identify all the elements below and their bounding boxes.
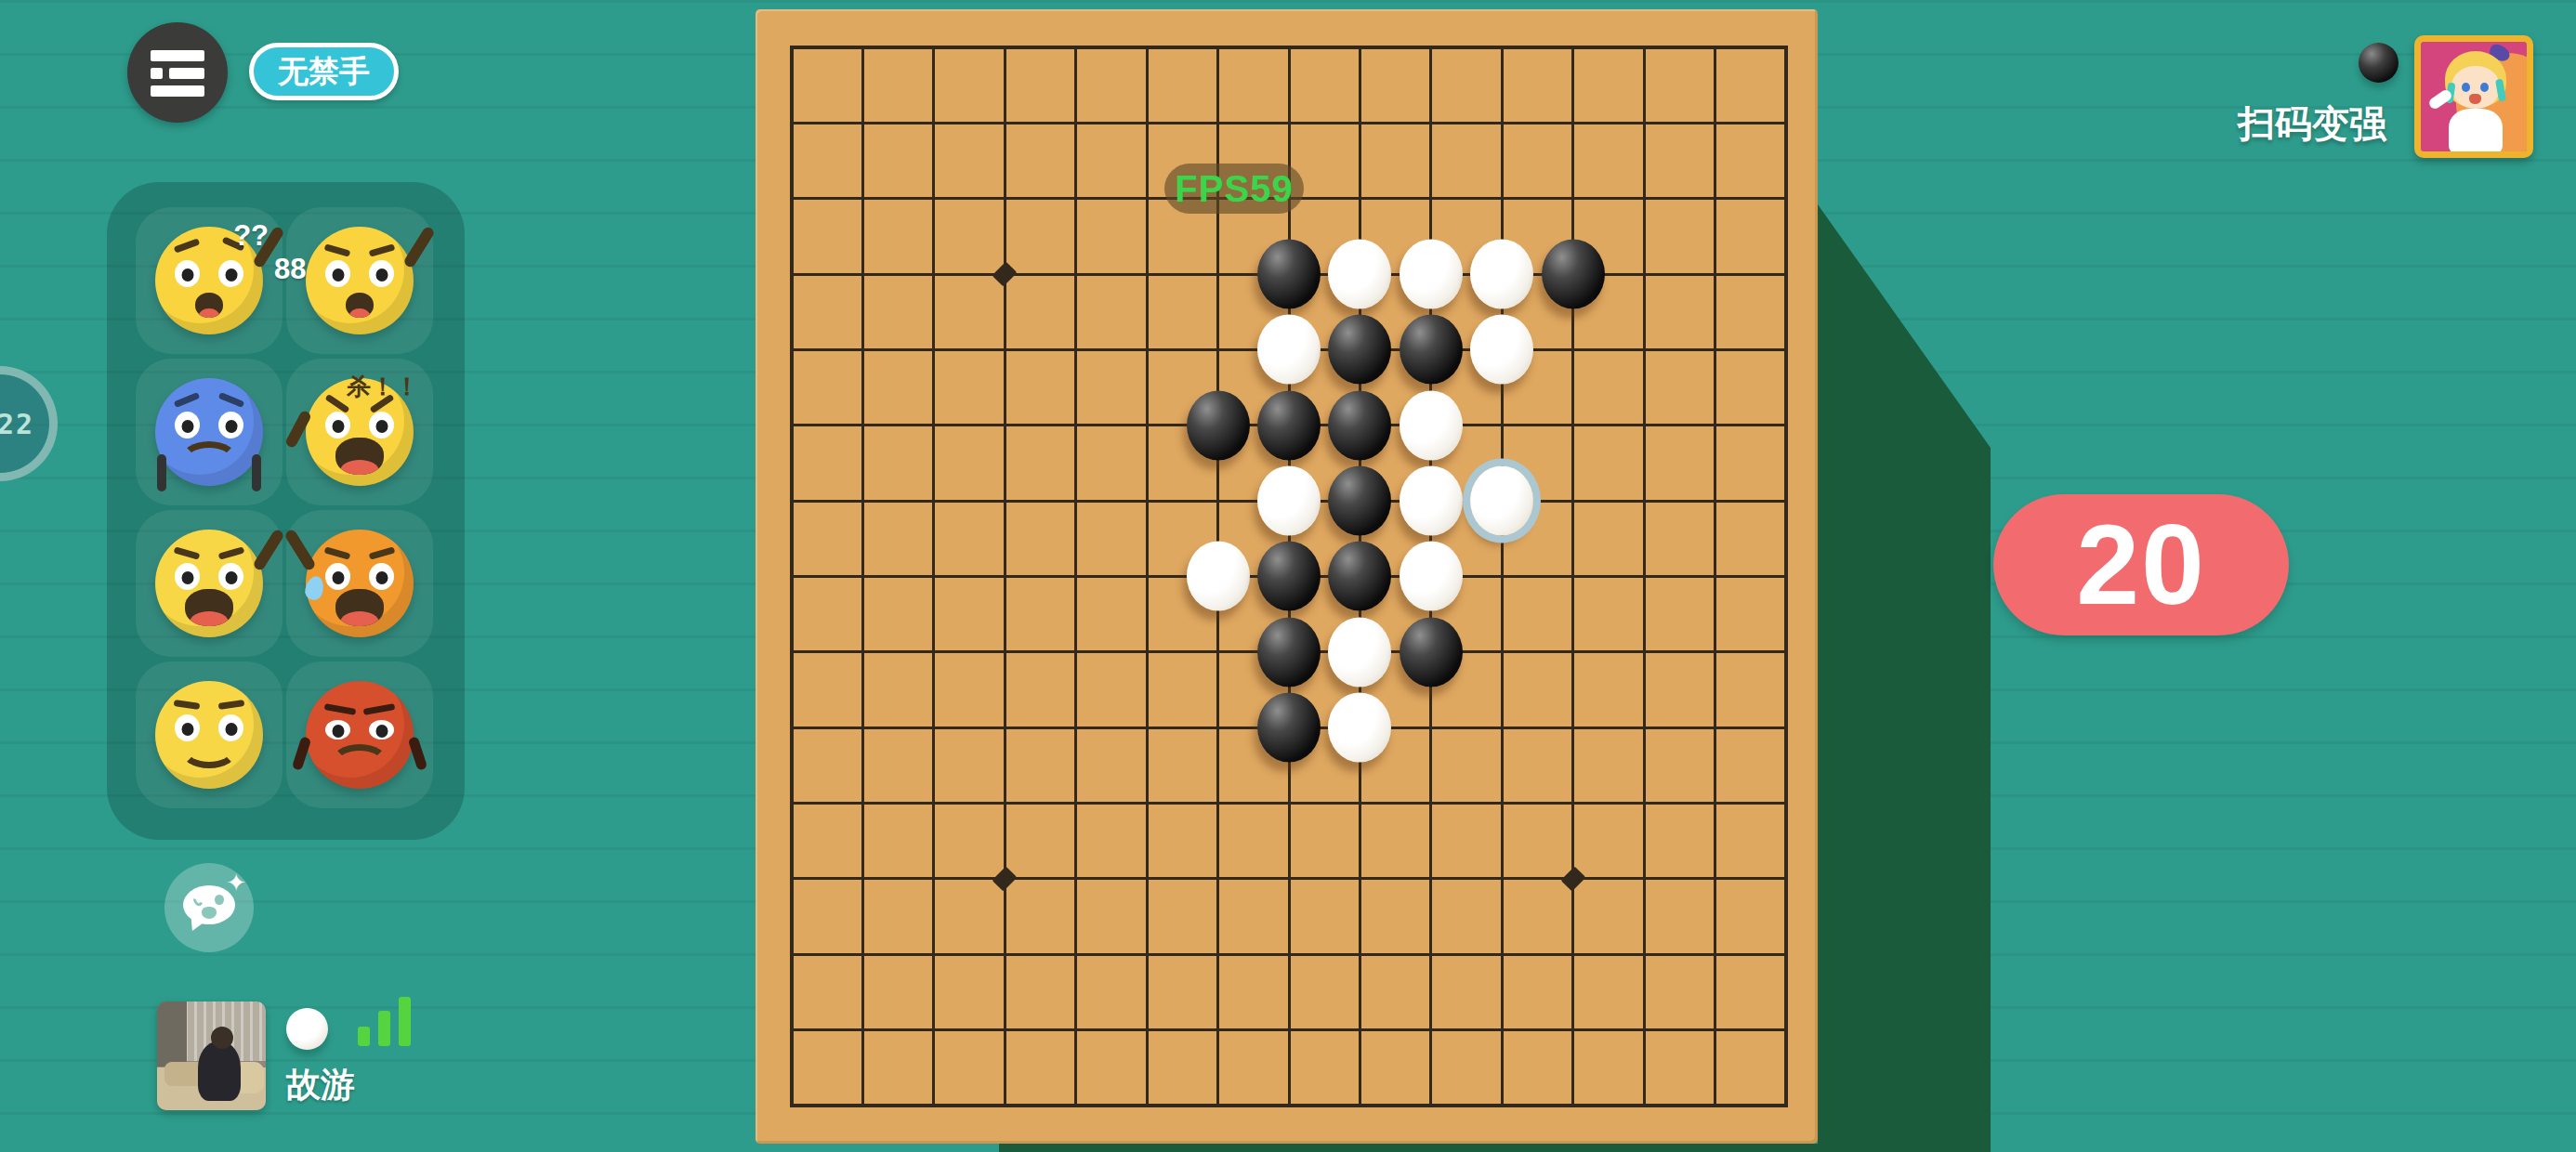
emote-annotation: 88 bbox=[274, 253, 306, 286]
stone-black bbox=[1328, 466, 1391, 536]
sweat-drop-icon bbox=[303, 574, 326, 602]
stone-white bbox=[1470, 315, 1533, 385]
emote-face: 杀！！ bbox=[306, 378, 414, 486]
stone-white bbox=[1400, 542, 1463, 611]
sparkle-icon: ✦ bbox=[226, 869, 246, 897]
menu-button[interactable] bbox=[127, 22, 228, 123]
star-point bbox=[992, 866, 1018, 891]
stone-white bbox=[1400, 466, 1463, 536]
emote-annotation: 杀！！ bbox=[347, 371, 419, 403]
star-point bbox=[992, 262, 1018, 287]
stone-white bbox=[1328, 693, 1391, 763]
stone-white bbox=[1470, 240, 1533, 309]
emote-smile[interactable] bbox=[136, 661, 283, 808]
move-timer: 20 bbox=[1993, 494, 2289, 635]
emote-face bbox=[155, 530, 263, 637]
emote-sweat[interactable] bbox=[286, 510, 433, 657]
stone-black bbox=[1257, 617, 1321, 687]
opponent-avatar[interactable] bbox=[2414, 35, 2533, 158]
menu-icon bbox=[151, 50, 204, 61]
stone-white bbox=[1470, 466, 1533, 536]
game-screen: FPS59 无禁手 22 ??88杀！！ ✦ 故游 20 扫码变强 bbox=[0, 0, 2576, 1152]
spectator-gauge: 22 bbox=[0, 366, 58, 481]
stone-white bbox=[1257, 315, 1321, 385]
stone-black bbox=[1400, 315, 1463, 385]
stone-black bbox=[1328, 315, 1391, 385]
stone-black bbox=[1400, 617, 1463, 687]
stone-black bbox=[1187, 390, 1250, 460]
emote-panel: ??88杀！！ bbox=[107, 182, 465, 840]
stone-black bbox=[1257, 240, 1321, 309]
opponent-stone-black-icon bbox=[2359, 43, 2399, 83]
emote-face bbox=[155, 378, 263, 486]
emote-bye-88[interactable]: 88 bbox=[286, 207, 433, 354]
emote-grumpy[interactable] bbox=[286, 661, 433, 808]
spectator-count: 22 bbox=[0, 408, 34, 440]
stone-black bbox=[1328, 542, 1391, 611]
player-stone-white-icon bbox=[286, 1008, 328, 1050]
stone-white bbox=[1257, 466, 1321, 536]
player-avatar[interactable] bbox=[157, 1001, 266, 1110]
stone-white bbox=[1328, 240, 1391, 309]
stone-black bbox=[1257, 693, 1321, 763]
emote-face bbox=[306, 530, 414, 637]
emote-kill[interactable]: 杀！！ bbox=[286, 359, 433, 505]
stone-black bbox=[1257, 542, 1321, 611]
emote-annotation: ?? bbox=[233, 219, 269, 253]
star-point bbox=[1560, 866, 1585, 891]
rule-badge-label: 无禁手 bbox=[278, 51, 370, 93]
connection-signal-icon bbox=[358, 997, 414, 1046]
stone-white bbox=[1328, 617, 1391, 687]
player-name: 故游 bbox=[286, 1062, 355, 1108]
stone-black bbox=[1542, 240, 1605, 309]
stone-white bbox=[1187, 542, 1250, 611]
timer-value: 20 bbox=[2076, 500, 2206, 630]
emote-face: ?? bbox=[155, 227, 263, 334]
scan-qr-label: 扫码变强 bbox=[2238, 98, 2386, 150]
emote-face bbox=[306, 681, 414, 789]
stone-black bbox=[1257, 390, 1321, 460]
emote-face bbox=[155, 681, 263, 789]
fps-value: FPS59 bbox=[1175, 168, 1293, 210]
emote-cheer[interactable] bbox=[136, 510, 283, 657]
emote-sad[interactable] bbox=[136, 359, 283, 505]
stone-white bbox=[1400, 390, 1463, 460]
emote-confused[interactable]: ?? bbox=[136, 207, 283, 354]
chat-button[interactable]: ✦ bbox=[164, 863, 254, 952]
emote-face: 88 bbox=[306, 227, 414, 334]
fps-counter: FPS59 bbox=[1164, 164, 1304, 214]
stone-white bbox=[1400, 240, 1463, 309]
gomoku-board[interactable]: FPS59 bbox=[756, 9, 1818, 1144]
rule-badge: 无禁手 bbox=[249, 43, 399, 100]
stone-black bbox=[1328, 390, 1391, 460]
